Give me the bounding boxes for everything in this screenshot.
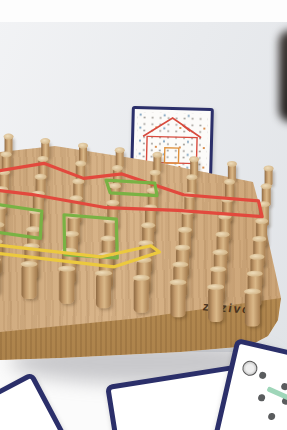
product-photo-scene: zozivo [0, 0, 287, 430]
board-grid-wrap [0, 132, 287, 329]
card-stamp-icon [241, 359, 259, 377]
rubber-band-yellow-long-band[interactable] [0, 225, 160, 273]
background-dark-object [279, 30, 287, 122]
rubber-band-green-left-square[interactable] [0, 204, 44, 239]
bands-svg [0, 132, 287, 329]
card-dot [257, 394, 265, 402]
photo-top-frame [0, 0, 287, 22]
card-dot [267, 412, 275, 420]
card-dot [258, 371, 266, 379]
card-dot [281, 382, 287, 390]
rubber-band-red-large-zigzag[interactable] [0, 157, 265, 227]
rubber-band-green-small-quad[interactable] [105, 177, 159, 198]
